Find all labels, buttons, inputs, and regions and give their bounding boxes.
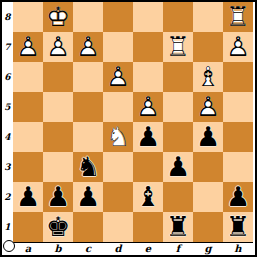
square-e8[interactable] [133, 2, 163, 32]
square-c1[interactable] [73, 212, 103, 242]
square-c3[interactable]: ♞ [73, 152, 103, 182]
square-h7[interactable]: ♟♙ [223, 32, 253, 62]
square-g4[interactable]: ♟ [193, 122, 223, 152]
square-e2[interactable]: ♝ [133, 182, 163, 212]
white-to-move-indicator [3, 240, 15, 252]
black-pawn[interactable]: ♟ [193, 122, 223, 152]
square-f4[interactable] [163, 122, 193, 152]
square-g7[interactable] [193, 32, 223, 62]
white-rook[interactable]: ♜♖ [163, 32, 193, 62]
square-d5[interactable] [103, 92, 133, 122]
square-a2[interactable]: ♟ [13, 182, 43, 212]
square-h8[interactable]: ♜♖ [223, 2, 253, 32]
file-label-f: f [163, 243, 193, 255]
black-rook[interactable]: ♜ [223, 212, 253, 242]
square-a5[interactable] [13, 92, 43, 122]
square-b2[interactable]: ♟ [43, 182, 73, 212]
square-c6[interactable] [73, 62, 103, 92]
square-e4[interactable]: ♟ [133, 122, 163, 152]
white-king[interactable]: ♚♔ [43, 2, 73, 32]
square-f5[interactable] [163, 92, 193, 122]
rank-label-5: 5 [2, 92, 13, 122]
square-a6[interactable] [13, 62, 43, 92]
square-a1[interactable] [13, 212, 43, 242]
black-pawn[interactable]: ♟ [43, 182, 73, 212]
square-f7[interactable]: ♜♖ [163, 32, 193, 62]
square-e7[interactable] [133, 32, 163, 62]
black-pawn[interactable]: ♟ [133, 122, 163, 152]
white-rook[interactable]: ♜♖ [223, 2, 253, 32]
square-h3[interactable] [223, 152, 253, 182]
square-d8[interactable] [103, 2, 133, 32]
square-f8[interactable] [163, 2, 193, 32]
square-h6[interactable] [223, 62, 253, 92]
black-pawn[interactable]: ♟ [13, 182, 43, 212]
file-label-d: d [103, 243, 133, 255]
black-pawn[interactable]: ♟ [73, 182, 103, 212]
square-d2[interactable] [103, 182, 133, 212]
white-pawn[interactable]: ♟♙ [103, 62, 133, 92]
file-label-h: h [223, 243, 253, 255]
square-c7[interactable]: ♟♙ [73, 32, 103, 62]
square-b4[interactable] [43, 122, 73, 152]
square-c2[interactable]: ♟ [73, 182, 103, 212]
white-bishop[interactable]: ♝♗ [193, 62, 223, 92]
file-label-g: g [193, 243, 223, 255]
rank-labels: 87654321 [2, 2, 13, 242]
square-b5[interactable] [43, 92, 73, 122]
file-label-b: b [43, 243, 73, 255]
black-knight[interactable]: ♞ [73, 152, 103, 182]
square-d1[interactable] [103, 212, 133, 242]
square-d6[interactable]: ♟♙ [103, 62, 133, 92]
square-f1[interactable]: ♜ [163, 212, 193, 242]
square-g6[interactable]: ♝♗ [193, 62, 223, 92]
file-labels: abcdefgh [13, 243, 253, 255]
square-h4[interactable] [223, 122, 253, 152]
square-g3[interactable] [193, 152, 223, 182]
square-d3[interactable] [103, 152, 133, 182]
chess-diagram: 87654321 ♚♔♜♖♟♙♟♙♟♙♜♖♟♙♟♙♝♗♟♙♟♙♞♘♟♟♞♟♟♟♟… [0, 0, 257, 257]
chess-board: ♚♔♜♖♟♙♟♙♟♙♜♖♟♙♟♙♝♗♟♙♟♙♞♘♟♟♞♟♟♟♟♝♟♚♜♜ [13, 2, 253, 243]
square-a4[interactable] [13, 122, 43, 152]
black-pawn[interactable]: ♟ [163, 152, 193, 182]
square-d4[interactable]: ♞♘ [103, 122, 133, 152]
square-c4[interactable] [73, 122, 103, 152]
square-e5[interactable]: ♟♙ [133, 92, 163, 122]
square-g1[interactable] [193, 212, 223, 242]
white-pawn[interactable]: ♟♙ [133, 92, 163, 122]
square-e3[interactable] [133, 152, 163, 182]
square-g8[interactable] [193, 2, 223, 32]
square-g5[interactable]: ♟♙ [193, 92, 223, 122]
file-label-e: e [133, 243, 163, 255]
square-b6[interactable] [43, 62, 73, 92]
square-h5[interactable] [223, 92, 253, 122]
white-pawn[interactable]: ♟♙ [223, 32, 253, 62]
square-e6[interactable] [133, 62, 163, 92]
rank-label-2: 2 [2, 182, 13, 212]
square-h1[interactable]: ♜ [223, 212, 253, 242]
rank-label-1: 1 [2, 212, 13, 242]
square-a7[interactable]: ♟♙ [13, 32, 43, 62]
black-king[interactable]: ♚ [43, 212, 73, 242]
black-bishop[interactable]: ♝ [133, 182, 163, 212]
rank-label-4: 4 [2, 122, 13, 152]
black-rook[interactable]: ♜ [163, 212, 193, 242]
rank-label-3: 3 [2, 152, 13, 182]
white-pawn[interactable]: ♟♙ [13, 32, 43, 62]
white-pawn[interactable]: ♟♙ [43, 32, 73, 62]
square-c5[interactable] [73, 92, 103, 122]
file-label-c: c [73, 243, 103, 255]
white-pawn[interactable]: ♟♙ [73, 32, 103, 62]
square-b3[interactable] [43, 152, 73, 182]
rank-label-6: 6 [2, 62, 13, 92]
square-h2[interactable]: ♟ [223, 182, 253, 212]
square-g2[interactable] [193, 182, 223, 212]
white-pawn[interactable]: ♟♙ [193, 92, 223, 122]
square-b1[interactable]: ♚ [43, 212, 73, 242]
black-pawn[interactable]: ♟ [223, 182, 253, 212]
square-e1[interactable] [133, 212, 163, 242]
square-b8[interactable]: ♚♔ [43, 2, 73, 32]
square-a8[interactable] [13, 2, 43, 32]
square-d7[interactable] [103, 32, 133, 62]
square-b7[interactable]: ♟♙ [43, 32, 73, 62]
white-knight[interactable]: ♞♘ [103, 122, 133, 152]
rank-label-8: 8 [2, 2, 13, 32]
file-label-a: a [13, 243, 43, 255]
square-a3[interactable] [13, 152, 43, 182]
square-f6[interactable] [163, 62, 193, 92]
rank-label-7: 7 [2, 32, 13, 62]
square-c8[interactable] [73, 2, 103, 32]
square-f2[interactable] [163, 182, 193, 212]
square-f3[interactable]: ♟ [163, 152, 193, 182]
